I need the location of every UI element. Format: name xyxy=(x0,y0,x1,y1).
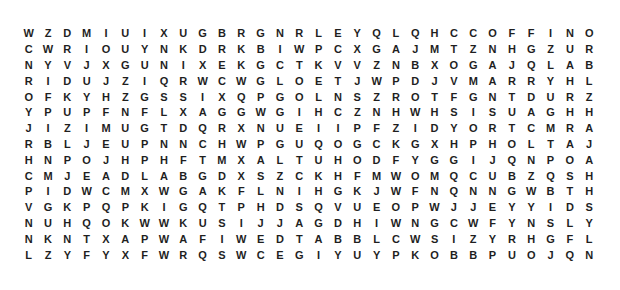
grid-cell[interactable]: N xyxy=(483,184,502,200)
grid-cell[interactable]: X xyxy=(425,137,444,153)
grid-cell[interactable]: Q xyxy=(502,152,521,168)
grid-cell[interactable]: U xyxy=(502,105,521,121)
grid-cell[interactable]: K xyxy=(212,184,231,200)
grid-cell[interactable]: B xyxy=(212,26,231,42)
grid-cell[interactable]: O xyxy=(483,26,502,42)
grid-cell[interactable]: G xyxy=(38,200,57,216)
grid-cell[interactable]: N xyxy=(251,121,270,137)
grid-cell[interactable]: Q xyxy=(444,184,463,200)
grid-cell[interactable]: R xyxy=(212,42,231,58)
grid-cell[interactable]: T xyxy=(154,121,173,137)
grid-cell[interactable]: G xyxy=(251,73,270,89)
grid-cell[interactable]: W xyxy=(232,231,251,247)
grid-cell[interactable]: Q xyxy=(309,137,328,153)
grid-cell[interactable]: R xyxy=(580,42,599,58)
grid-cell[interactable]: S xyxy=(560,168,579,184)
grid-cell[interactable]: X xyxy=(174,105,193,121)
grid-cell[interactable]: P xyxy=(348,121,367,137)
grid-cell[interactable]: S xyxy=(541,216,560,232)
grid-cell[interactable]: I xyxy=(135,73,154,89)
grid-cell[interactable]: K xyxy=(406,247,425,263)
grid-cell[interactable]: R xyxy=(502,73,521,89)
grid-cell[interactable]: I xyxy=(38,121,57,137)
grid-cell[interactable]: X xyxy=(425,58,444,74)
grid-cell[interactable]: U xyxy=(38,216,57,232)
grid-cell[interactable]: S xyxy=(290,200,309,216)
grid-cell[interactable]: G xyxy=(367,42,386,58)
grid-cell[interactable]: X xyxy=(232,168,251,184)
grid-cell[interactable]: G xyxy=(270,137,289,153)
grid-cell[interactable]: T xyxy=(290,152,309,168)
grid-cell[interactable]: N xyxy=(19,58,38,74)
grid-cell[interactable]: W xyxy=(464,216,483,232)
grid-cell[interactable]: S xyxy=(580,200,599,216)
grid-cell[interactable]: Z xyxy=(367,89,386,105)
grid-cell[interactable]: H xyxy=(444,137,463,153)
grid-cell[interactable]: Z xyxy=(522,168,541,184)
grid-cell[interactable]: C xyxy=(444,26,463,42)
grid-cell[interactable]: F xyxy=(367,121,386,137)
grid-cell[interactable]: I xyxy=(135,26,154,42)
grid-cell[interactable]: Q xyxy=(522,58,541,74)
grid-cell[interactable]: I xyxy=(232,216,251,232)
grid-cell[interactable]: K xyxy=(174,216,193,232)
grid-cell[interactable]: L xyxy=(560,216,579,232)
grid-cell[interactable]: F xyxy=(386,152,405,168)
grid-cell[interactable]: W xyxy=(406,105,425,121)
grid-cell[interactable]: X xyxy=(232,121,251,137)
grid-cell[interactable]: J xyxy=(541,247,560,263)
grid-cell[interactable]: L xyxy=(270,73,289,89)
grid-cell[interactable]: S xyxy=(483,105,502,121)
grid-cell[interactable]: J xyxy=(96,152,115,168)
grid-cell[interactable]: D xyxy=(212,168,231,184)
grid-cell[interactable]: H xyxy=(560,73,579,89)
grid-cell[interactable]: Q xyxy=(541,168,560,184)
grid-cell[interactable]: Q xyxy=(193,247,212,263)
grid-cell[interactable]: O xyxy=(19,89,38,105)
grid-cell[interactable]: I xyxy=(290,105,309,121)
grid-cell[interactable]: E xyxy=(270,247,289,263)
grid-cell[interactable]: A xyxy=(116,231,135,247)
grid-cell[interactable]: F xyxy=(38,89,57,105)
grid-cell[interactable]: U xyxy=(116,42,135,58)
grid-cell[interactable]: J xyxy=(77,137,96,153)
grid-cell[interactable]: O xyxy=(522,247,541,263)
grid-cell[interactable]: B xyxy=(251,42,270,58)
grid-cell[interactable]: H xyxy=(328,168,347,184)
grid-cell[interactable]: Y xyxy=(38,58,57,74)
grid-cell[interactable]: C xyxy=(251,247,270,263)
grid-cell[interactable]: I xyxy=(367,216,386,232)
grid-cell[interactable]: Y xyxy=(541,73,560,89)
grid-cell[interactable]: T xyxy=(193,152,212,168)
grid-cell[interactable]: A xyxy=(386,42,405,58)
grid-cell[interactable]: J xyxy=(77,58,96,74)
grid-cell[interactable]: G xyxy=(116,58,135,74)
grid-cell[interactable]: U xyxy=(502,247,521,263)
grid-cell[interactable]: M xyxy=(464,73,483,89)
grid-cell[interactable]: B xyxy=(174,168,193,184)
grid-cell[interactable]: P xyxy=(38,105,57,121)
grid-cell[interactable]: B xyxy=(502,168,521,184)
grid-cell[interactable]: B xyxy=(328,231,347,247)
grid-cell[interactable]: O xyxy=(444,58,463,74)
grid-cell[interactable]: N xyxy=(522,152,541,168)
grid-cell[interactable]: G xyxy=(541,231,560,247)
grid-cell[interactable]: F xyxy=(483,216,502,232)
grid-cell[interactable]: Z xyxy=(348,105,367,121)
grid-cell[interactable]: Y xyxy=(444,121,463,137)
grid-cell[interactable]: J xyxy=(19,121,38,137)
grid-cell[interactable]: H xyxy=(580,168,599,184)
grid-cell[interactable]: Z xyxy=(58,121,77,137)
grid-cell[interactable]: M xyxy=(425,168,444,184)
grid-cell[interactable]: Q xyxy=(193,121,212,137)
grid-cell[interactable]: W xyxy=(154,247,173,263)
grid-cell[interactable]: X xyxy=(193,58,212,74)
grid-cell[interactable]: Z xyxy=(464,42,483,58)
grid-cell[interactable]: R xyxy=(174,247,193,263)
grid-cell[interactable]: W xyxy=(251,105,270,121)
grid-cell[interactable]: A xyxy=(96,168,115,184)
grid-cell[interactable]: H xyxy=(154,152,173,168)
grid-cell[interactable]: E xyxy=(77,168,96,184)
grid-cell[interactable]: N xyxy=(483,89,502,105)
grid-cell[interactable]: G xyxy=(232,105,251,121)
grid-cell[interactable]: W xyxy=(386,216,405,232)
grid-cell[interactable]: G xyxy=(212,105,231,121)
grid-cell[interactable]: L xyxy=(580,231,599,247)
grid-cell[interactable]: I xyxy=(77,42,96,58)
grid-cell[interactable]: W xyxy=(367,73,386,89)
grid-cell[interactable]: C xyxy=(464,26,483,42)
grid-cell[interactable]: S xyxy=(348,89,367,105)
grid-cell[interactable]: H xyxy=(116,152,135,168)
grid-cell[interactable]: C xyxy=(193,137,212,153)
grid-cell[interactable]: G xyxy=(174,184,193,200)
grid-cell[interactable]: P xyxy=(232,200,251,216)
grid-cell[interactable]: H xyxy=(502,42,521,58)
grid-cell[interactable]: Y xyxy=(348,26,367,42)
grid-cell[interactable]: O xyxy=(348,152,367,168)
grid-cell[interactable]: T xyxy=(425,89,444,105)
grid-cell[interactable]: H xyxy=(19,152,38,168)
grid-cell[interactable]: L xyxy=(367,231,386,247)
grid-cell[interactable]: G xyxy=(522,42,541,58)
grid-cell[interactable]: M xyxy=(212,152,231,168)
grid-cell[interactable]: G xyxy=(193,26,212,42)
grid-cell[interactable]: E xyxy=(290,121,309,137)
grid-cell[interactable]: S xyxy=(444,105,463,121)
grid-cell[interactable]: H xyxy=(58,216,77,232)
grid-cell[interactable]: G xyxy=(290,247,309,263)
grid-cell[interactable]: M xyxy=(96,121,115,137)
grid-cell[interactable]: O xyxy=(290,73,309,89)
grid-cell[interactable]: P xyxy=(135,231,154,247)
grid-cell[interactable]: N xyxy=(328,89,347,105)
grid-cell[interactable]: L xyxy=(19,247,38,263)
grid-cell[interactable]: Y xyxy=(77,89,96,105)
grid-cell[interactable]: M xyxy=(425,42,444,58)
grid-cell[interactable]: Q xyxy=(193,200,212,216)
grid-cell[interactable]: O xyxy=(386,200,405,216)
grid-cell[interactable]: P xyxy=(135,137,154,153)
grid-cell[interactable]: U xyxy=(483,168,502,184)
grid-cell[interactable]: G xyxy=(541,105,560,121)
grid-cell[interactable]: Z xyxy=(38,247,57,263)
grid-cell[interactable]: D xyxy=(328,216,347,232)
grid-cell[interactable]: A xyxy=(251,152,270,168)
grid-cell[interactable]: D xyxy=(58,73,77,89)
grid-cell[interactable]: M xyxy=(116,184,135,200)
grid-cell[interactable]: R xyxy=(290,26,309,42)
grid-cell[interactable]: J xyxy=(444,200,463,216)
grid-cell[interactable]: C xyxy=(290,168,309,184)
grid-cell[interactable]: P xyxy=(483,247,502,263)
grid-cell[interactable]: Q xyxy=(232,89,251,105)
grid-cell[interactable]: N xyxy=(270,26,289,42)
grid-cell[interactable]: D xyxy=(406,73,425,89)
grid-cell[interactable]: M xyxy=(77,26,96,42)
grid-cell[interactable]: R xyxy=(19,137,38,153)
grid-cell[interactable]: R xyxy=(212,121,231,137)
grid-cell[interactable]: Z xyxy=(270,168,289,184)
grid-cell[interactable]: Y xyxy=(502,200,521,216)
grid-cell[interactable]: I xyxy=(328,121,347,137)
grid-cell[interactable]: W xyxy=(77,184,96,200)
grid-cell[interactable]: R xyxy=(560,121,579,137)
grid-cell[interactable]: L xyxy=(309,89,328,105)
grid-cell[interactable]: L xyxy=(135,168,154,184)
grid-cell[interactable]: G xyxy=(502,184,521,200)
grid-cell[interactable]: A xyxy=(309,231,328,247)
grid-cell[interactable]: U xyxy=(174,26,193,42)
grid-cell[interactable]: D xyxy=(367,152,386,168)
grid-cell[interactable]: H xyxy=(251,200,270,216)
grid-cell[interactable]: T xyxy=(541,137,560,153)
grid-cell[interactable]: Z xyxy=(464,231,483,247)
grid-cell[interactable]: T xyxy=(212,200,231,216)
grid-cell[interactable]: K xyxy=(116,216,135,232)
grid-cell[interactable]: I xyxy=(290,184,309,200)
grid-cell[interactable]: K xyxy=(232,58,251,74)
grid-cell[interactable]: A xyxy=(580,152,599,168)
grid-cell[interactable]: N xyxy=(58,231,77,247)
grid-cell[interactable]: U xyxy=(348,200,367,216)
grid-cell[interactable]: D xyxy=(522,89,541,105)
grid-cell[interactable]: W xyxy=(154,231,173,247)
grid-cell[interactable]: L xyxy=(154,105,173,121)
grid-cell[interactable]: U xyxy=(270,121,289,137)
grid-cell[interactable]: U xyxy=(77,73,96,89)
grid-cell[interactable]: W xyxy=(386,168,405,184)
grid-cell[interactable]: R xyxy=(502,231,521,247)
grid-cell[interactable]: W xyxy=(19,26,38,42)
grid-cell[interactable]: H xyxy=(328,152,347,168)
grid-cell[interactable]: P xyxy=(386,247,405,263)
grid-cell[interactable]: J xyxy=(367,184,386,200)
grid-cell[interactable]: O xyxy=(406,89,425,105)
grid-cell[interactable]: D xyxy=(58,26,77,42)
grid-cell[interactable]: J xyxy=(406,42,425,58)
grid-cell[interactable]: M xyxy=(367,168,386,184)
grid-cell[interactable]: S xyxy=(425,231,444,247)
grid-cell[interactable]: P xyxy=(251,137,270,153)
grid-cell[interactable]: D xyxy=(270,200,289,216)
grid-cell[interactable]: V xyxy=(328,200,347,216)
grid-cell[interactable]: I xyxy=(38,73,57,89)
grid-cell[interactable]: D xyxy=(58,184,77,200)
grid-cell[interactable]: M xyxy=(541,121,560,137)
grid-cell[interactable]: O xyxy=(96,42,115,58)
grid-cell[interactable]: K xyxy=(309,58,328,74)
grid-cell[interactable]: C xyxy=(444,216,463,232)
grid-cell[interactable]: P xyxy=(386,73,405,89)
grid-cell[interactable]: A xyxy=(193,105,212,121)
grid-cell[interactable]: U xyxy=(58,105,77,121)
grid-cell[interactable]: K xyxy=(348,184,367,200)
grid-cell[interactable]: O xyxy=(502,137,521,153)
grid-cell[interactable]: C xyxy=(96,184,115,200)
grid-cell[interactable]: F xyxy=(348,168,367,184)
grid-cell[interactable]: W xyxy=(154,184,173,200)
grid-cell[interactable]: N xyxy=(174,137,193,153)
grid-cell[interactable]: J xyxy=(464,200,483,216)
grid-cell[interactable]: F xyxy=(96,105,115,121)
grid-cell[interactable]: Y xyxy=(58,247,77,263)
grid-cell[interactable]: N xyxy=(425,184,444,200)
grid-cell[interactable]: C xyxy=(367,137,386,153)
grid-cell[interactable]: I xyxy=(541,200,560,216)
grid-cell[interactable]: X xyxy=(116,247,135,263)
grid-cell[interactable]: R xyxy=(483,121,502,137)
grid-cell[interactable]: I xyxy=(270,42,289,58)
grid-cell[interactable]: F xyxy=(406,184,425,200)
grid-cell[interactable]: I xyxy=(38,184,57,200)
grid-cell[interactable]: W xyxy=(154,216,173,232)
grid-cell[interactable]: Q xyxy=(96,200,115,216)
grid-cell[interactable]: W xyxy=(135,216,154,232)
grid-cell[interactable]: P xyxy=(19,184,38,200)
grid-cell[interactable]: W xyxy=(232,247,251,263)
grid-cell[interactable]: Y xyxy=(328,247,347,263)
grid-cell[interactable]: F xyxy=(135,105,154,121)
grid-cell[interactable]: A xyxy=(193,184,212,200)
grid-cell[interactable]: B xyxy=(444,247,463,263)
grid-cell[interactable]: C xyxy=(522,121,541,137)
grid-cell[interactable]: O xyxy=(425,247,444,263)
grid-cell[interactable]: A xyxy=(483,58,502,74)
grid-cell[interactable]: E xyxy=(212,58,231,74)
grid-cell[interactable]: G xyxy=(135,89,154,105)
grid-cell[interactable]: H xyxy=(560,105,579,121)
grid-cell[interactable]: A xyxy=(522,105,541,121)
grid-cell[interactable]: V xyxy=(348,58,367,74)
grid-cell[interactable]: F xyxy=(135,247,154,263)
grid-cell[interactable]: H xyxy=(386,105,405,121)
grid-cell[interactable]: U xyxy=(193,216,212,232)
grid-cell[interactable]: I xyxy=(309,121,328,137)
grid-cell[interactable]: N xyxy=(38,152,57,168)
grid-cell[interactable]: N xyxy=(367,105,386,121)
grid-cell[interactable]: K xyxy=(58,89,77,105)
grid-cell[interactable]: I xyxy=(154,200,173,216)
grid-cell[interactable]: F xyxy=(560,231,579,247)
grid-cell[interactable]: J xyxy=(502,58,521,74)
grid-cell[interactable]: N xyxy=(154,137,173,153)
grid-cell[interactable]: G xyxy=(251,58,270,74)
grid-cell[interactable]: F xyxy=(193,231,212,247)
grid-cell[interactable]: C xyxy=(464,168,483,184)
grid-cell[interactable]: H xyxy=(212,137,231,153)
grid-cell[interactable]: Y xyxy=(502,216,521,232)
grid-cell[interactable]: Q xyxy=(406,26,425,42)
grid-cell[interactable]: G xyxy=(174,200,193,216)
grid-cell[interactable]: D xyxy=(425,121,444,137)
grid-cell[interactable]: F xyxy=(522,26,541,42)
grid-cell[interactable]: A xyxy=(560,137,579,153)
grid-cell[interactable]: G xyxy=(251,26,270,42)
grid-cell[interactable]: F xyxy=(174,152,193,168)
grid-cell[interactable]: N xyxy=(560,26,579,42)
grid-cell[interactable]: I xyxy=(174,58,193,74)
grid-cell[interactable]: L xyxy=(270,152,289,168)
grid-cell[interactable]: P xyxy=(406,200,425,216)
grid-cell[interactable]: L xyxy=(58,137,77,153)
grid-cell[interactable]: D xyxy=(193,42,212,58)
grid-cell[interactable]: G xyxy=(270,89,289,105)
grid-cell[interactable]: C xyxy=(19,168,38,184)
grid-cell[interactable]: Q xyxy=(154,73,173,89)
grid-cell[interactable]: T xyxy=(77,231,96,247)
grid-cell[interactable]: U xyxy=(135,58,154,74)
grid-cell[interactable]: H xyxy=(309,184,328,200)
grid-cell[interactable]: P xyxy=(135,152,154,168)
grid-cell[interactable]: O xyxy=(560,152,579,168)
grid-cell[interactable]: J xyxy=(96,73,115,89)
grid-cell[interactable]: Z xyxy=(541,42,560,58)
grid-cell[interactable]: P xyxy=(77,200,96,216)
grid-cell[interactable]: F xyxy=(77,247,96,263)
grid-cell[interactable]: Q xyxy=(77,216,96,232)
grid-cell[interactable]: U xyxy=(541,89,560,105)
grid-cell[interactable]: G xyxy=(270,105,289,121)
grid-cell[interactable]: G xyxy=(464,89,483,105)
grid-cell[interactable]: R xyxy=(560,89,579,105)
grid-cell[interactable]: O xyxy=(580,26,599,42)
grid-cell[interactable]: T xyxy=(290,58,309,74)
grid-cell[interactable]: Q xyxy=(560,247,579,263)
grid-cell[interactable]: G xyxy=(406,137,425,153)
grid-cell[interactable]: P xyxy=(464,137,483,153)
grid-cell[interactable]: Z xyxy=(580,89,599,105)
grid-cell[interactable]: D xyxy=(116,168,135,184)
grid-cell[interactable]: J xyxy=(348,73,367,89)
grid-cell[interactable]: W xyxy=(386,184,405,200)
grid-cell[interactable]: N xyxy=(19,231,38,247)
grid-cell[interactable]: M xyxy=(38,168,57,184)
grid-cell[interactable]: T xyxy=(560,184,579,200)
grid-cell[interactable]: Z xyxy=(38,26,57,42)
grid-cell[interactable]: F xyxy=(232,184,251,200)
grid-cell[interactable]: G xyxy=(444,152,463,168)
grid-cell[interactable]: W xyxy=(425,200,444,216)
grid-cell[interactable]: A xyxy=(483,73,502,89)
grid-cell[interactable]: N xyxy=(154,58,173,74)
grid-cell[interactable]: X xyxy=(135,184,154,200)
grid-cell[interactable]: T xyxy=(444,42,463,58)
